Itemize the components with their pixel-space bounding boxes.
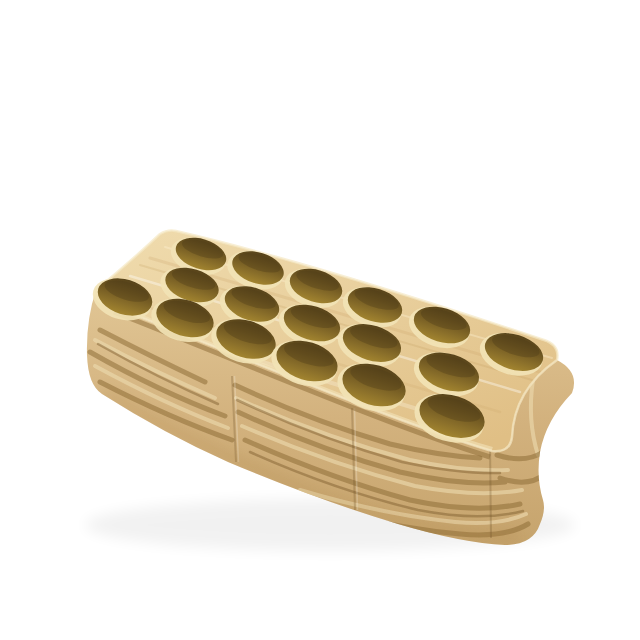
photo-canvas <box>0 0 640 640</box>
wooden-rack-photo <box>0 0 640 640</box>
